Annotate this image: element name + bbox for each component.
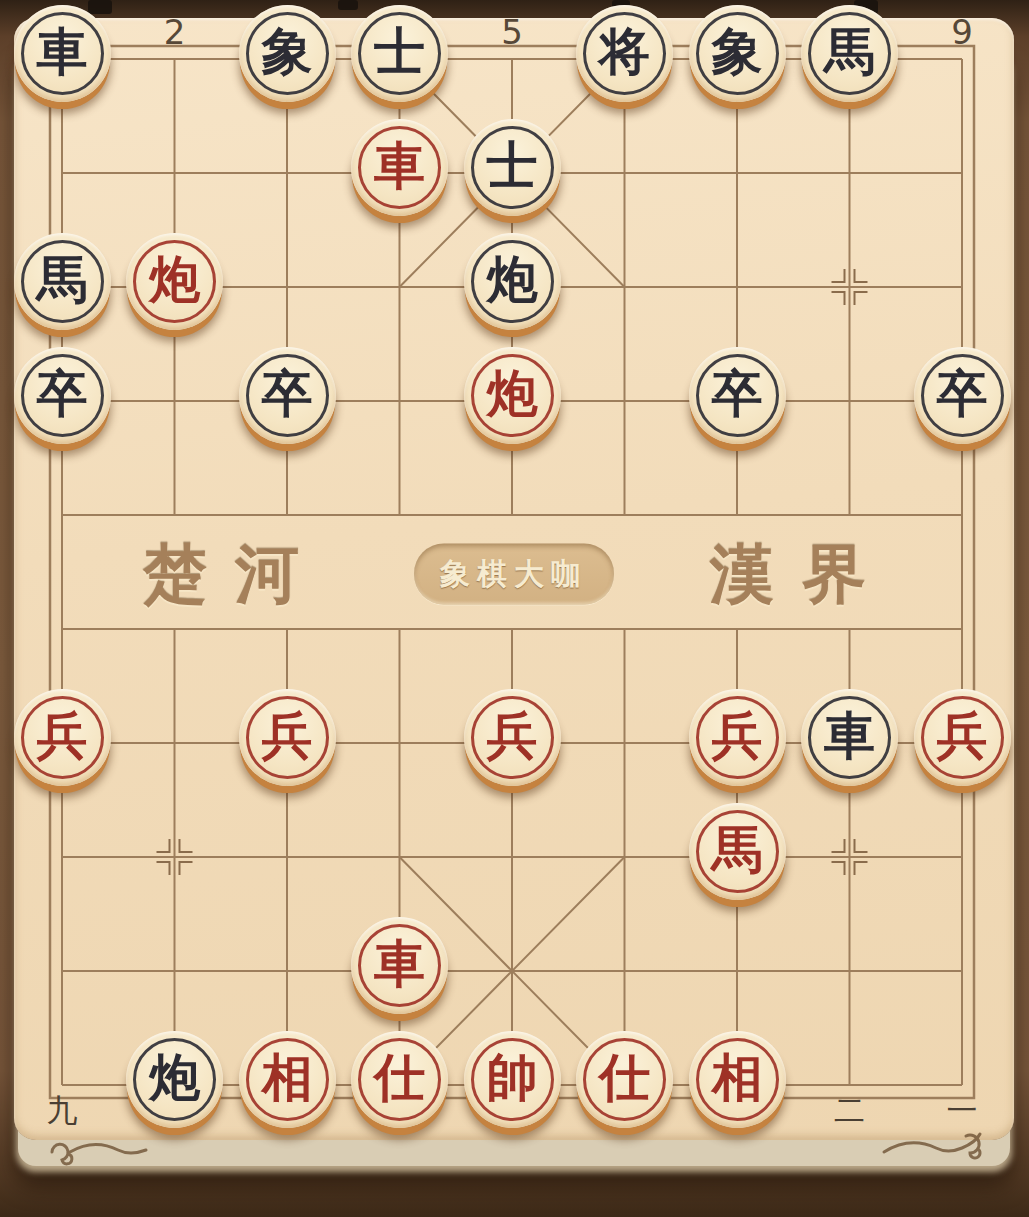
piece-black-horse[interactable]: 馬 [14, 233, 111, 330]
piece-red-elephant[interactable]: 相 [689, 1031, 786, 1128]
coordinate-label: 9 [940, 12, 984, 52]
piece-character: 炮 [149, 254, 200, 305]
piece-red-soldier[interactable]: 兵 [14, 689, 111, 786]
piece-character: 車 [37, 26, 88, 77]
piece-character: 卒 [262, 368, 313, 419]
app-badge-label: 象棋大咖 [440, 556, 588, 591]
piece-character: 車 [374, 140, 425, 191]
app-badge: 象棋大咖 [414, 544, 614, 605]
piece-black-elephant[interactable]: 象 [239, 5, 336, 102]
top-edge-mark [88, 0, 112, 14]
piece-character: 象 [262, 26, 313, 77]
piece-black-cannon[interactable]: 炮 [126, 1031, 223, 1128]
piece-black-soldier[interactable]: 卒 [14, 347, 111, 444]
piece-red-soldier[interactable]: 兵 [464, 689, 561, 786]
coordinate-label: 2 [153, 12, 197, 52]
piece-character: 帥 [487, 1052, 538, 1103]
piece-character: 相 [262, 1052, 313, 1103]
piece-character: 卒 [937, 368, 988, 419]
piece-red-cannon[interactable]: 炮 [464, 347, 561, 444]
piece-red-cannon[interactable]: 炮 [126, 233, 223, 330]
piece-character: 兵 [262, 710, 313, 761]
piece-character: 炮 [487, 254, 538, 305]
piece-red-chariot[interactable]: 車 [351, 119, 448, 216]
river-text-right: 漢界 [710, 531, 894, 618]
piece-character: 炮 [149, 1052, 200, 1103]
piece-character: 兵 [937, 710, 988, 761]
piece-red-chariot[interactable]: 車 [351, 917, 448, 1014]
piece-character: 車 [824, 710, 875, 761]
coordinate-label: 5 [490, 12, 534, 52]
piece-character: 仕 [599, 1052, 650, 1103]
piece-character: 士 [487, 140, 538, 191]
top-edge-mark [338, 0, 358, 10]
piece-character: 卒 [712, 368, 763, 419]
piece-character: 兵 [487, 710, 538, 761]
piece-black-chariot[interactable]: 車 [801, 689, 898, 786]
piece-red-soldier[interactable]: 兵 [689, 689, 786, 786]
piece-character: 兵 [712, 710, 763, 761]
piece-black-general[interactable]: 将 [576, 5, 673, 102]
piece-character: 将 [599, 26, 650, 77]
piece-black-advisor[interactable]: 士 [351, 5, 448, 102]
xiangqi-board: 259 九二一 楚河 漢界 象棋大咖 車象士将象馬車士馬炮炮卒卒炮卒卒兵兵兵兵車… [14, 18, 1014, 1140]
coordinate-label: 二 [828, 1090, 872, 1132]
piece-black-cannon[interactable]: 炮 [464, 233, 561, 330]
piece-red-elephant[interactable]: 相 [239, 1031, 336, 1128]
piece-black-soldier[interactable]: 卒 [689, 347, 786, 444]
coordinate-label: 九 [40, 1090, 84, 1132]
piece-character: 炮 [487, 368, 538, 419]
piece-character: 象 [712, 26, 763, 77]
piece-character: 仕 [374, 1052, 425, 1103]
river-text-left: 楚河 [143, 531, 327, 618]
piece-red-soldier[interactable]: 兵 [239, 689, 336, 786]
piece-red-advisor[interactable]: 仕 [576, 1031, 673, 1128]
piece-black-advisor[interactable]: 士 [464, 119, 561, 216]
piece-character: 兵 [37, 710, 88, 761]
piece-character: 馬 [824, 26, 875, 77]
piece-black-soldier[interactable]: 卒 [914, 347, 1011, 444]
piece-character: 士 [374, 26, 425, 77]
piece-character: 卒 [37, 368, 88, 419]
piece-character: 車 [374, 938, 425, 989]
piece-character: 馬 [37, 254, 88, 305]
piece-character: 馬 [712, 824, 763, 875]
piece-black-soldier[interactable]: 卒 [239, 347, 336, 444]
piece-black-chariot[interactable]: 車 [14, 5, 111, 102]
piece-character: 相 [712, 1052, 763, 1103]
piece-black-elephant[interactable]: 象 [689, 5, 786, 102]
piece-red-general[interactable]: 帥 [464, 1031, 561, 1128]
piece-black-horse[interactable]: 馬 [801, 5, 898, 102]
piece-red-horse[interactable]: 馬 [689, 803, 786, 900]
piece-red-advisor[interactable]: 仕 [351, 1031, 448, 1128]
piece-red-soldier[interactable]: 兵 [914, 689, 1011, 786]
coordinate-label: 一 [940, 1090, 984, 1132]
